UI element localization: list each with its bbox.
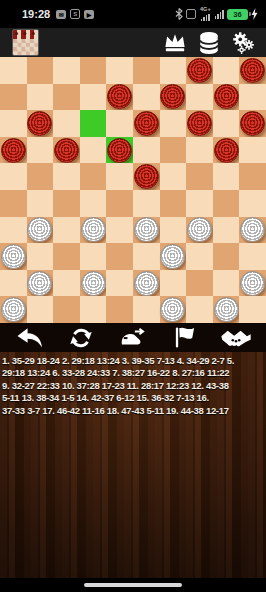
undo-icon [15,325,45,350]
square-r10-c10[interactable] [239,296,266,323]
square-r9-c10[interactable] [239,270,266,297]
white-piece[interactable] [81,217,106,242]
square-r6-c8[interactable] [186,190,213,217]
white-piece[interactable] [160,244,185,269]
white-piece[interactable] [27,217,52,242]
square-r1-c8[interactable] [186,57,213,84]
square-r6-c7[interactable] [160,190,187,217]
square-r8-c8[interactable] [186,243,213,270]
restart-button[interactable] [61,324,101,352]
square-r9-c7[interactable] [160,270,187,297]
square-r5-c1[interactable] [0,163,27,190]
status-bar: 19:28 ✉ S ▶ 4G+ 36 [0,0,266,28]
white-piece[interactable] [214,297,239,322]
handshake-icon [220,327,252,349]
app-board-icon [12,29,39,56]
square-r8-c4[interactable] [80,243,107,270]
square-r5-c5[interactable] [106,163,133,190]
square-r6-c1[interactable] [0,190,27,217]
play-badge-icon: ▶ [84,10,94,19]
move-list-line: 9. 32-27 22:33 10. 37:28 17-23 11. 28:17… [2,380,264,392]
move-list-line: 1. 35-29 18-24 2. 29:18 13:24 3. 39-35 7… [2,355,264,367]
square-r10-c4[interactable] [80,296,107,323]
square-r7-c7[interactable] [160,217,187,244]
square-r5-c10[interactable] [239,163,266,190]
sim-box-icon [186,9,196,19]
move-list-line: 5-11 13. 38-34 1-5 14. 42-37 6-12 15. 36… [2,392,264,404]
square-r8-c10[interactable] [239,243,266,270]
square-r8-c6[interactable] [133,243,160,270]
square-r3-c7[interactable] [160,110,187,137]
square-r4-c7[interactable] [160,137,187,164]
message-icon: ✉ [56,10,66,19]
red-piece[interactable] [214,138,239,163]
square-r7-c4[interactable] [80,217,107,244]
square-r1-c2[interactable] [27,57,54,84]
square-r7-c2[interactable] [27,217,54,244]
square-r8-c5[interactable] [106,243,133,270]
square-r10-c8[interactable] [186,296,213,323]
action-bar [0,323,266,352]
square-r10-c7[interactable] [160,296,187,323]
square-r10-c9[interactable] [213,296,240,323]
gesture-pill[interactable] [84,583,182,587]
white-piece[interactable] [240,271,265,296]
square-r7-c6[interactable] [133,217,160,244]
flag-icon [172,325,198,350]
square-r4-c1[interactable] [0,137,27,164]
square-r5-c7[interactable] [160,163,187,190]
square-r1-c1[interactable] [0,57,27,84]
square-r6-c5[interactable] [106,190,133,217]
white-piece[interactable] [187,217,212,242]
square-r8-c7[interactable] [160,243,187,270]
square-r6-c4[interactable] [80,190,107,217]
white-piece[interactable] [27,271,52,296]
white-piece[interactable] [240,217,265,242]
square-r3-c3[interactable] [53,110,80,137]
square-r1-c10[interactable] [239,57,266,84]
red-piece[interactable] [187,58,212,83]
square-r9-c2[interactable] [27,270,54,297]
square-r4-c6[interactable] [133,137,160,164]
square-r10-c5[interactable] [106,296,133,323]
square-r6-c6[interactable] [133,190,160,217]
s-badge-icon: S [70,9,80,19]
database-icon [198,31,220,55]
red-piece[interactable] [1,138,26,163]
square-r7-c8[interactable] [186,217,213,244]
red-piece[interactable] [187,111,212,136]
signal-bars-icon [215,10,224,19]
square-r9-c9[interactable] [213,270,240,297]
white-piece[interactable] [134,271,159,296]
square-r9-c3[interactable] [53,270,80,297]
bluetooth-icon [175,8,183,20]
square-r3-c8[interactable] [186,110,213,137]
red-piece[interactable] [107,84,132,109]
square-r10-c1[interactable] [0,296,27,323]
red-piece[interactable] [54,138,79,163]
square-r1-c9[interactable] [213,57,240,84]
square-r4-c10[interactable] [239,137,266,164]
red-piece[interactable] [160,84,185,109]
square-r5-c4[interactable] [80,163,107,190]
square-r10-c2[interactable] [27,296,54,323]
checkers-app: 19:28 ✉ S ▶ 4G+ 36 [0,0,266,592]
battery-icon: 36 [227,9,248,20]
square-r4-c3[interactable] [53,137,80,164]
board [0,57,266,323]
square-r7-c10[interactable] [239,217,266,244]
square-r6-c3[interactable] [53,190,80,217]
red-piece[interactable] [134,164,159,189]
square-r5-c8[interactable] [186,163,213,190]
square-r2-c3[interactable] [53,84,80,111]
square-r1-c6[interactable] [133,57,160,84]
crown-icon [162,32,188,53]
square-r2-c10[interactable] [239,84,266,111]
settings-button[interactable] [226,28,260,57]
restart-icon [68,325,94,351]
flag-button[interactable] [165,324,205,352]
square-r2-c5[interactable] [106,84,133,111]
square-r3-c6[interactable] [133,110,160,137]
database-button[interactable] [192,28,226,57]
white-piece[interactable] [160,297,185,322]
square-r2-c2[interactable] [27,84,54,111]
square-r9-c4[interactable] [80,270,107,297]
wood-background: 1. 35-29 18-24 2. 29:18 13:24 3. 39-35 7… [0,352,266,578]
square-r3-c1[interactable] [0,110,27,137]
square-r5-c3[interactable] [53,163,80,190]
square-r6-c10[interactable] [239,190,266,217]
red-piece[interactable] [107,138,132,163]
square-r1-c4[interactable] [80,57,107,84]
move-list: 1. 35-29 18-24 2. 29:18 13:24 3. 39-35 7… [0,352,266,417]
square-r1-c7[interactable] [160,57,187,84]
square-r2-c8[interactable] [186,84,213,111]
red-piece[interactable] [240,58,265,83]
red-piece[interactable] [240,111,265,136]
red-piece[interactable] [27,111,52,136]
square-r9-c8[interactable] [186,270,213,297]
handshake-button[interactable] [216,324,256,352]
square-r2-c4[interactable] [80,84,107,111]
square-r7-c1[interactable] [0,217,27,244]
app-toolbar [0,28,266,57]
clock-time: 19:28 [22,8,50,20]
square-r5-c9[interactable] [213,163,240,190]
square-r2-c6[interactable] [133,84,160,111]
square-r1-c5[interactable] [106,57,133,84]
square-r10-c3[interactable] [53,296,80,323]
square-r4-c8[interactable] [186,137,213,164]
square-r7-c3[interactable] [53,217,80,244]
square-r3-c4[interactable] [80,110,107,137]
white-piece[interactable] [134,217,159,242]
square-r7-c9[interactable] [213,217,240,244]
square-r8-c1[interactable] [0,243,27,270]
charging-bolt-icon [251,8,258,20]
square-r7-c5[interactable] [106,217,133,244]
undo-button[interactable] [10,324,50,352]
square-r2-c9[interactable] [213,84,240,111]
square-r3-c5[interactable] [106,110,133,137]
square-r6-c9[interactable] [213,190,240,217]
hint-button[interactable] [113,324,153,352]
square-r4-c2[interactable] [27,137,54,164]
white-piece[interactable] [81,271,106,296]
square-r3-c10[interactable] [239,110,266,137]
square-r2-c7[interactable] [160,84,187,111]
square-r5-c2[interactable] [27,163,54,190]
square-r6-c2[interactable] [27,190,54,217]
4g-signal-icon: 4G+ [200,7,211,21]
square-r9-c1[interactable] [0,270,27,297]
square-r5-c6[interactable] [133,163,160,190]
settings-gears-icon [231,31,255,55]
gesture-nav-bar [0,578,266,592]
square-r9-c6[interactable] [133,270,160,297]
crown-button[interactable] [158,28,192,57]
move-list-line: 37-33 3-7 17. 46-42 11-16 18. 47-43 5-11… [2,405,264,417]
red-piece[interactable] [214,84,239,109]
square-r8-c2[interactable] [27,243,54,270]
square-r4-c9[interactable] [213,137,240,164]
square-r4-c4[interactable] [80,137,107,164]
square-r9-c5[interactable] [106,270,133,297]
square-r3-c2[interactable] [27,110,54,137]
battery-percent: 36 [233,10,241,19]
red-piece[interactable] [134,111,159,136]
white-piece[interactable] [1,244,26,269]
square-r4-c5[interactable] [106,137,133,164]
square-r8-c3[interactable] [53,243,80,270]
square-r3-c9[interactable] [213,110,240,137]
white-piece[interactable] [1,297,26,322]
hint-icon [118,326,148,350]
square-r1-c3[interactable] [53,57,80,84]
square-r2-c1[interactable] [0,84,27,111]
move-list-line: 29:18 13:24 6. 33-28 24:33 7. 38:27 16-2… [2,367,264,379]
square-r10-c6[interactable] [133,296,160,323]
square-r8-c9[interactable] [213,243,240,270]
